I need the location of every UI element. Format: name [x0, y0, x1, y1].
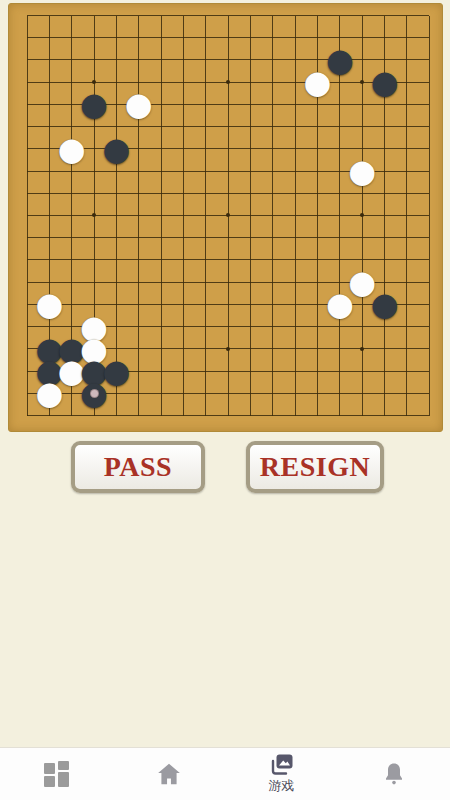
- star-point: [360, 347, 364, 351]
- grid-line-horizontal: [27, 415, 429, 416]
- grid-line-vertical: [384, 16, 385, 416]
- nav-item-notifications[interactable]: [338, 748, 450, 800]
- star-point: [92, 347, 96, 351]
- grid-line-horizontal: [27, 393, 429, 394]
- resign-button[interactable]: RESIGN: [246, 441, 384, 493]
- star-point: [92, 80, 96, 84]
- grid-line-vertical: [339, 16, 340, 416]
- grid-line-vertical: [295, 16, 296, 416]
- dashboard-icon: [44, 761, 69, 787]
- grid-line-vertical: [250, 16, 251, 416]
- nav-item-games[interactable]: 游戏: [225, 748, 338, 800]
- star-point: [360, 213, 364, 217]
- bottom-nav: 游戏: [0, 747, 450, 800]
- grid-line-horizontal: [27, 326, 429, 327]
- grid-line-vertical: [429, 16, 430, 416]
- nav-item-home[interactable]: [113, 748, 226, 800]
- grid-line-vertical: [406, 16, 407, 416]
- grid-line-horizontal: [27, 304, 429, 305]
- grid-line-horizontal: [27, 371, 429, 372]
- go-board[interactable]: ●●●●●●●●●●●●●●●●●●●●●●: [8, 3, 443, 432]
- pass-button[interactable]: PASS: [71, 441, 205, 493]
- grid-line-horizontal: [27, 282, 429, 283]
- star-point: [92, 213, 96, 217]
- star-point: [226, 347, 230, 351]
- grid-line-horizontal: [27, 259, 429, 260]
- star-point: [226, 213, 230, 217]
- last-move-marker: [90, 389, 99, 398]
- home-icon: [156, 762, 182, 786]
- star-point: [226, 80, 230, 84]
- nav-label-games: 游戏: [268, 779, 294, 794]
- games-icon: [267, 751, 295, 779]
- bell-icon: [382, 761, 406, 787]
- nav-item-dashboard[interactable]: [0, 748, 113, 800]
- grid-line-vertical: [317, 16, 318, 416]
- star-point: [360, 80, 364, 84]
- grid-line-horizontal: [27, 237, 429, 238]
- grid-line-vertical: [272, 16, 273, 416]
